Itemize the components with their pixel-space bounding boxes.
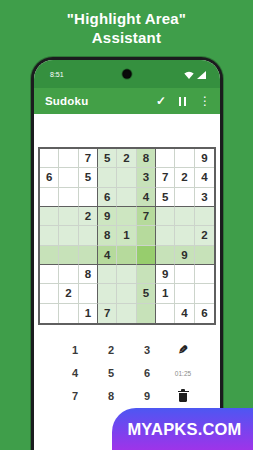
sudoku-cell[interactable] (59, 207, 78, 226)
sudoku-cell[interactable] (117, 304, 136, 323)
sudoku-cell[interactable] (175, 188, 194, 207)
sudoku-cell[interactable] (117, 265, 136, 284)
status-icons (184, 65, 206, 83)
sudoku-cell[interactable] (59, 226, 78, 245)
sudoku-cell[interactable] (40, 149, 59, 168)
check-icon[interactable]: ✓ (156, 95, 166, 107)
sudoku-cell[interactable] (156, 304, 175, 323)
sudoku-cell[interactable] (175, 226, 194, 245)
numpad-button-7[interactable]: 7 (57, 388, 93, 404)
sudoku-cell[interactable] (117, 207, 136, 226)
sudoku-cell[interactable] (195, 284, 214, 303)
sudoku-cell[interactable]: 1 (79, 304, 98, 323)
sudoku-cell[interactable] (117, 284, 136, 303)
sudoku-cell[interactable]: 4 (195, 168, 214, 187)
sudoku-cell[interactable] (40, 226, 59, 245)
sudoku-cell[interactable]: 9 (98, 207, 117, 226)
watermark-badge: MYAPKS.COM (112, 408, 253, 450)
sudoku-cell[interactable]: 5 (98, 149, 117, 168)
sudoku-cell[interactable] (59, 188, 78, 207)
trash-icon (179, 393, 187, 402)
sudoku-cell[interactable]: 9 (195, 149, 214, 168)
phone-screen: 8:51 Sudoku ✓ ⋮ 752896537246453297812498… (34, 60, 220, 450)
numpad-button-2[interactable]: 2 (93, 342, 129, 358)
sudoku-cell[interactable]: 7 (98, 304, 117, 323)
sudoku-cell[interactable]: 5 (79, 168, 98, 187)
app-title: Sudoku (45, 95, 88, 107)
sudoku-cell[interactable]: 2 (79, 207, 98, 226)
sudoku-cell[interactable] (156, 207, 175, 226)
app-bar-actions: ✓ ⋮ (156, 95, 211, 107)
sudoku-cell[interactable]: 7 (137, 207, 156, 226)
numpad-button-5[interactable]: 5 (93, 365, 129, 381)
game-timer: 01:25 (165, 365, 201, 381)
watermark-text: MYAPKS.COM (127, 420, 241, 439)
phone-frame: 8:51 Sudoku ✓ ⋮ 752896537246453297812498… (31, 57, 223, 450)
sudoku-cell[interactable] (156, 149, 175, 168)
sudoku-cell[interactable] (117, 188, 136, 207)
numpad-button-3[interactable]: 3 (129, 342, 165, 358)
sudoku-cell[interactable]: 3 (195, 188, 214, 207)
sudoku-cell[interactable] (175, 265, 194, 284)
sudoku-cell[interactable] (79, 226, 98, 245)
sudoku-cell[interactable] (175, 284, 194, 303)
sudoku-cell[interactable]: 4 (137, 188, 156, 207)
status-time: 8:51 (50, 71, 64, 78)
sudoku-cell[interactable]: 6 (40, 168, 59, 187)
sudoku-cell[interactable] (59, 304, 78, 323)
sudoku-cell[interactable] (79, 188, 98, 207)
sudoku-cell[interactable]: 2 (117, 149, 136, 168)
pencil-icon: ✎ (178, 343, 188, 357)
numpad-button-1[interactable]: 1 (57, 342, 93, 358)
sudoku-cell[interactable]: 7 (79, 149, 98, 168)
sudoku-cell[interactable] (59, 246, 78, 265)
sudoku-cell[interactable]: 7 (156, 168, 175, 187)
sudoku-cell[interactable]: 2 (195, 226, 214, 245)
sudoku-cell[interactable] (156, 246, 175, 265)
numpad-button-4[interactable]: 4 (57, 365, 93, 381)
sudoku-cell[interactable]: 8 (98, 226, 117, 245)
sudoku-cell[interactable] (98, 265, 117, 284)
sudoku-cell[interactable] (59, 265, 78, 284)
sudoku-cell[interactable]: 9 (156, 265, 175, 284)
sudoku-cell[interactable]: 5 (156, 188, 175, 207)
sudoku-cell[interactable] (98, 284, 117, 303)
sudoku-cell[interactable]: 6 (98, 188, 117, 207)
page-background: "Highlight Area" Assistant 8:51 Sudoku ✓… (0, 0, 253, 450)
sudoku-cell[interactable]: 5 (137, 284, 156, 303)
erase-button[interactable] (165, 388, 201, 404)
page-title-line1: "Highlight Area" (0, 9, 253, 28)
sudoku-cell[interactable] (195, 207, 214, 226)
page-title: "Highlight Area" Assistant (0, 0, 253, 47)
numpad-button-9[interactable]: 9 (129, 388, 165, 404)
sudoku-cell[interactable] (79, 246, 98, 265)
sudoku-cell[interactable] (40, 284, 59, 303)
numpad-button-6[interactable]: 6 (129, 365, 165, 381)
sudoku-cell[interactable]: 4 (175, 304, 194, 323)
wifi-icon (184, 65, 194, 83)
sudoku-cell[interactable]: 2 (59, 284, 78, 303)
kebab-menu-icon[interactable]: ⋮ (199, 95, 211, 107)
pencil-button[interactable]: ✎ (165, 342, 201, 358)
sudoku-cell[interactable] (98, 168, 117, 187)
pause-icon[interactable] (179, 97, 186, 106)
status-bar: 8:51 (34, 60, 220, 88)
sudoku-cell[interactable] (137, 246, 156, 265)
sudoku-cell[interactable] (175, 149, 194, 168)
page-title-line2: Assistant (0, 28, 253, 47)
sudoku-cell[interactable] (40, 188, 59, 207)
sudoku-cell[interactable] (195, 246, 214, 265)
sudoku-cell[interactable] (117, 246, 136, 265)
sudoku-cell[interactable] (137, 265, 156, 284)
sudoku-cell[interactable] (79, 284, 98, 303)
camera-punch-hole-icon (123, 70, 132, 79)
sudoku-cell[interactable] (137, 304, 156, 323)
sudoku-cell[interactable] (175, 207, 194, 226)
sudoku-cell[interactable]: 8 (137, 149, 156, 168)
sudoku-cell[interactable] (137, 226, 156, 245)
sudoku-cell[interactable] (156, 226, 175, 245)
sudoku-cell[interactable]: 6 (195, 304, 214, 323)
numpad-button-8[interactable]: 8 (93, 388, 129, 404)
sudoku-cell[interactable]: 9 (175, 246, 194, 265)
signal-icon (197, 65, 206, 83)
sudoku-cell[interactable]: 8 (79, 265, 98, 284)
app-bar: Sudoku ✓ ⋮ (34, 88, 220, 114)
sudoku-cell[interactable] (117, 168, 136, 187)
sudoku-cell[interactable] (59, 168, 78, 187)
sudoku-cell[interactable]: 1 (156, 284, 175, 303)
sudoku-cell[interactable]: 1 (117, 226, 136, 245)
sudoku-cell[interactable]: 4 (98, 246, 117, 265)
sudoku-cell[interactable]: 2 (175, 168, 194, 187)
sudoku-cell[interactable] (40, 207, 59, 226)
number-pad: 1 2 3 ✎ 4 5 6 01:25 7 8 9 (57, 342, 201, 404)
sudoku-cell[interactable] (40, 265, 59, 284)
sudoku-cell[interactable] (59, 149, 78, 168)
sudoku-cell[interactable]: 3 (137, 168, 156, 187)
sudoku-cell[interactable] (195, 265, 214, 284)
sudoku-cell[interactable] (40, 246, 59, 265)
sudoku-cell[interactable] (40, 304, 59, 323)
sudoku-board: 75289653724645329781249892511746 (38, 147, 216, 325)
